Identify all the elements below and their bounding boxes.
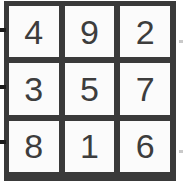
cell-r2c0: 8 — [9, 121, 59, 172]
left-edge-artifact-3 — [0, 140, 6, 144]
cell-r0c1: 9 — [65, 6, 115, 57]
cell-r1c2: 7 — [120, 63, 170, 114]
magic-square-diagram: 4 9 2 3 5 7 8 1 6 — [0, 0, 183, 182]
cell-r1c1: 5 — [65, 63, 115, 114]
cell-r1c0: 3 — [9, 63, 59, 114]
right-edge-artifact-2 — [179, 150, 183, 153]
cell-r2c1: 1 — [65, 121, 115, 172]
left-edge-artifact-2 — [0, 85, 6, 89]
magic-square-board: 4 9 2 3 5 7 8 1 6 — [4, 1, 176, 181]
cell-r0c2: 2 — [120, 6, 170, 57]
right-edge-artifact-1 — [179, 40, 183, 43]
cell-r2c2: 6 — [120, 121, 170, 172]
cell-r0c0: 4 — [9, 6, 59, 57]
left-edge-artifact-1 — [0, 28, 6, 32]
